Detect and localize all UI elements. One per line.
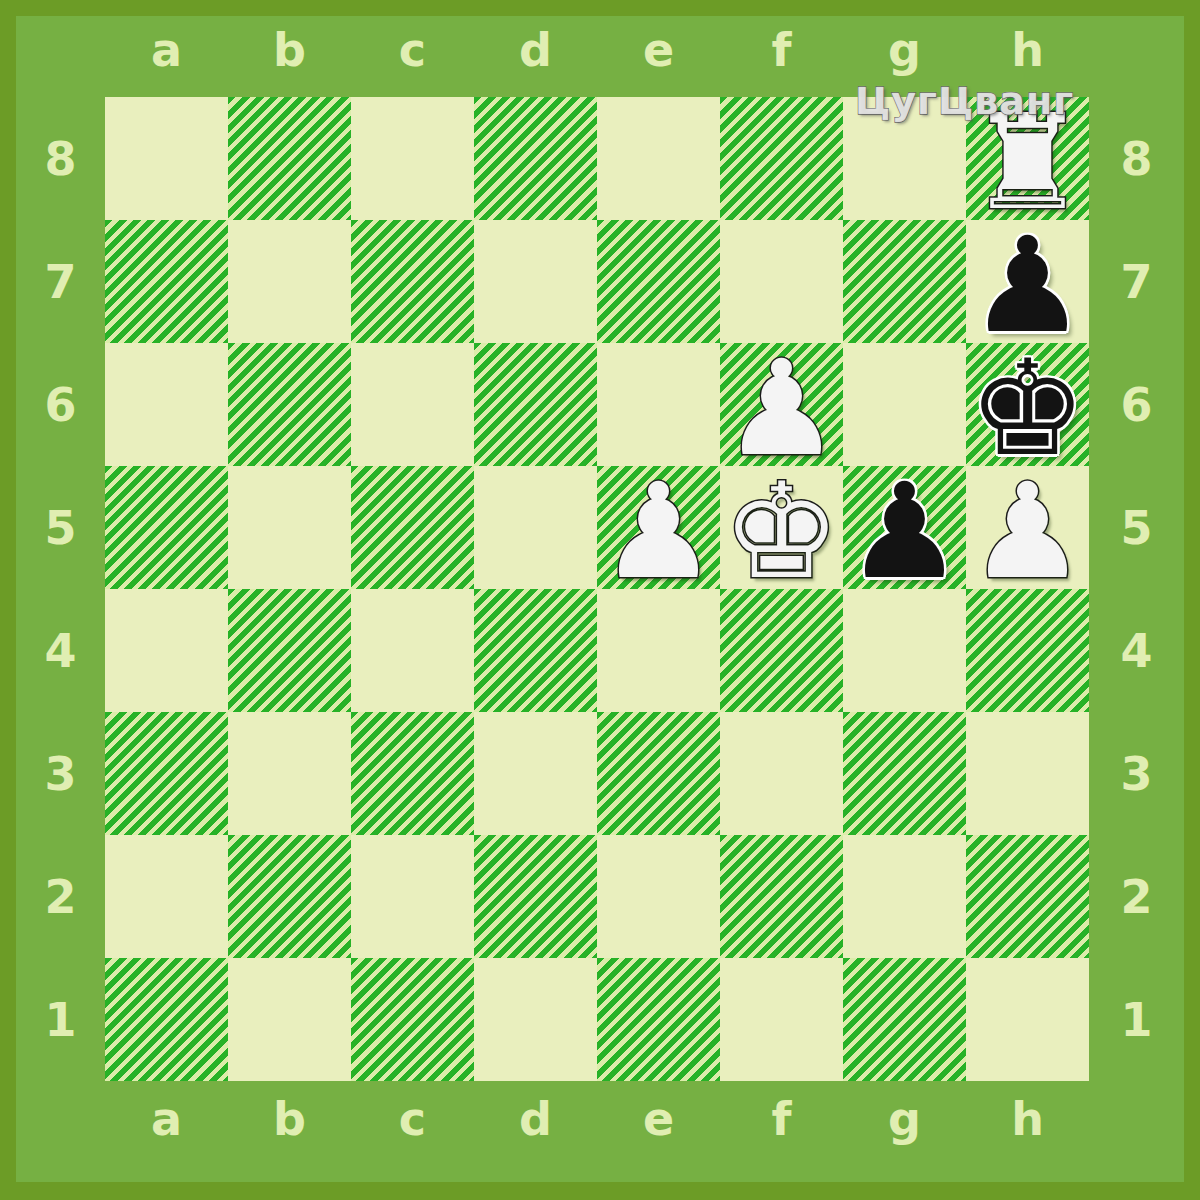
square-b5[interactable] [228, 466, 351, 589]
rank-label-3: 3 [1089, 712, 1184, 835]
piece-white-pawn-e5[interactable]: ♟ [599, 465, 717, 597]
square-f7[interactable] [720, 220, 843, 343]
piece-black-pawn-g5[interactable]: ♟ [845, 465, 963, 597]
square-c6[interactable] [351, 343, 474, 466]
piece-white-pawn-h5[interactable]: ♟ [968, 465, 1086, 597]
square-e5[interactable]: ♟ [597, 466, 720, 589]
rank-label-1: 1 [1089, 958, 1184, 1081]
file-label-g: g [843, 1081, 966, 1182]
rank-label-2: 2 [16, 835, 105, 958]
square-e1[interactable] [597, 958, 720, 1081]
rank-label-8: 8 [16, 97, 105, 220]
square-d4[interactable] [474, 589, 597, 712]
square-d3[interactable] [474, 712, 597, 835]
file-label-b: b [228, 16, 351, 97]
square-a7[interactable] [105, 220, 228, 343]
square-g4[interactable] [843, 589, 966, 712]
file-label-c: c [351, 1081, 474, 1182]
square-a3[interactable] [105, 712, 228, 835]
square-c1[interactable] [351, 958, 474, 1081]
square-b7[interactable] [228, 220, 351, 343]
file-label-d: d [474, 1081, 597, 1182]
square-h2[interactable] [966, 835, 1089, 958]
square-f6[interactable]: ♟ [720, 343, 843, 466]
file-label-e: e [597, 1081, 720, 1182]
file-label-a: a [105, 1081, 228, 1182]
square-c7[interactable] [351, 220, 474, 343]
square-g6[interactable] [843, 343, 966, 466]
square-h3[interactable] [966, 712, 1089, 835]
square-h5[interactable]: ♟ [966, 466, 1089, 589]
square-d5[interactable] [474, 466, 597, 589]
square-d7[interactable] [474, 220, 597, 343]
square-f3[interactable] [720, 712, 843, 835]
file-label-f: f [720, 16, 843, 97]
rank-label-1: 1 [16, 958, 105, 1081]
rank-label-8: 8 [1089, 97, 1184, 220]
rank-label-3: 3 [16, 712, 105, 835]
square-g3[interactable] [843, 712, 966, 835]
square-c8[interactable] [351, 97, 474, 220]
square-h7[interactable]: ♟ [966, 220, 1089, 343]
square-b1[interactable] [228, 958, 351, 1081]
square-f2[interactable] [720, 835, 843, 958]
square-a2[interactable] [105, 835, 228, 958]
square-e6[interactable] [597, 343, 720, 466]
file-label-c: c [351, 16, 474, 97]
square-g1[interactable] [843, 958, 966, 1081]
square-d1[interactable] [474, 958, 597, 1081]
square-e7[interactable] [597, 220, 720, 343]
rank-labels-right: 87654321 [1089, 97, 1184, 1081]
square-e8[interactable] [597, 97, 720, 220]
square-c2[interactable] [351, 835, 474, 958]
rank-label-4: 4 [1089, 589, 1184, 712]
square-a8[interactable] [105, 97, 228, 220]
square-d2[interactable] [474, 835, 597, 958]
square-b4[interactable] [228, 589, 351, 712]
chess-puzzle-diagram: abcdefgh abcdefgh 87654321 87654321 ♜♟♟♚… [0, 0, 1200, 1200]
square-a4[interactable] [105, 589, 228, 712]
square-e2[interactable] [597, 835, 720, 958]
square-g7[interactable] [843, 220, 966, 343]
file-label-d: d [474, 16, 597, 97]
square-e4[interactable] [597, 589, 720, 712]
square-b6[interactable] [228, 343, 351, 466]
square-a6[interactable] [105, 343, 228, 466]
square-a1[interactable] [105, 958, 228, 1081]
square-h4[interactable] [966, 589, 1089, 712]
square-b8[interactable] [228, 97, 351, 220]
chess-board: ♜♟♟♚♟♚♟♟ [105, 97, 1089, 1081]
square-h6[interactable]: ♚ [966, 343, 1089, 466]
file-label-h: h [966, 1081, 1089, 1182]
rank-label-2: 2 [1089, 835, 1184, 958]
square-b2[interactable] [228, 835, 351, 958]
watermark-text: ЦугЦванг [855, 79, 1074, 123]
square-f4[interactable] [720, 589, 843, 712]
square-c4[interactable] [351, 589, 474, 712]
square-c3[interactable] [351, 712, 474, 835]
piece-white-king-f5[interactable]: ♚ [722, 465, 840, 597]
file-label-e: e [597, 16, 720, 97]
rank-label-7: 7 [16, 220, 105, 343]
file-label-f: f [720, 1081, 843, 1182]
file-labels-bottom: abcdefgh [105, 1081, 1089, 1182]
square-g2[interactable] [843, 835, 966, 958]
square-f1[interactable] [720, 958, 843, 1081]
rank-label-6: 6 [16, 343, 105, 466]
rank-labels-left: 87654321 [16, 97, 105, 1081]
square-d6[interactable] [474, 343, 597, 466]
square-c5[interactable] [351, 466, 474, 589]
rank-label-5: 5 [1089, 466, 1184, 589]
file-label-b: b [228, 1081, 351, 1182]
square-b3[interactable] [228, 712, 351, 835]
square-f8[interactable] [720, 97, 843, 220]
square-a5[interactable] [105, 466, 228, 589]
square-e3[interactable] [597, 712, 720, 835]
rank-label-5: 5 [16, 466, 105, 589]
square-g5[interactable]: ♟ [843, 466, 966, 589]
square-f5[interactable]: ♚ [720, 466, 843, 589]
square-d8[interactable] [474, 97, 597, 220]
file-label-a: a [105, 16, 228, 97]
rank-label-7: 7 [1089, 220, 1184, 343]
square-h1[interactable] [966, 958, 1089, 1081]
rank-label-6: 6 [1089, 343, 1184, 466]
rank-label-4: 4 [16, 589, 105, 712]
